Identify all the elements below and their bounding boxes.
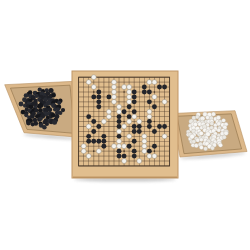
stone-white [101,119,106,124]
tray-stone-black [30,114,35,119]
stone-white [117,139,122,144]
tray-stone-black [35,94,39,98]
stone-black [101,134,106,139]
stone-white [127,90,132,95]
stone-white [152,80,157,85]
stone-black [162,85,167,90]
tray-stone-white [190,134,195,139]
stone-black [152,129,157,134]
stone-black [91,129,96,134]
stone-black [86,139,91,144]
stone-white [127,99,132,104]
tray-stone-white [224,131,229,136]
tray-stone-black [19,102,24,107]
stone-white [112,144,117,149]
stone-white [132,114,137,119]
stone-white [147,154,152,159]
stone-white [142,139,147,144]
stone-black [117,124,122,129]
stone-white [142,144,147,149]
stone-white [127,119,132,124]
go-travel-set-photo [0,0,250,250]
stone-white [122,85,127,90]
stone-black [132,109,137,114]
stone-white [122,144,127,149]
tray-stone-white [218,143,222,147]
tray-stone-black [42,125,46,129]
stone-black [157,85,162,90]
stone-black [147,90,152,95]
tray-stone-black [57,101,61,105]
stone-white [162,99,167,104]
stone-white [106,109,111,114]
stone-black [117,114,122,119]
stone-black [147,99,152,104]
tray-stone-black [38,103,43,108]
stone-white [117,104,122,109]
stone-black [132,154,137,159]
stone-white [162,134,167,139]
stone-black [147,124,152,129]
star-point [154,91,156,93]
stone-black [152,144,157,149]
stone-white [86,154,91,159]
stone-black [147,119,152,124]
star-point [123,91,125,93]
tray-stone-white [205,116,209,120]
stone-white [112,80,117,85]
tray-stone-black [26,121,31,126]
stone-white [152,94,157,99]
tray-stone-white [199,131,203,135]
stone-black [117,149,122,154]
stone-black [117,154,122,159]
tray-stone-white [210,146,214,150]
go-board [72,71,178,178]
stone-black [137,124,142,129]
tray-stone-black [24,93,29,98]
stone-black [132,149,137,154]
stone-black [117,134,122,139]
stone-black [132,124,137,129]
stone-white [147,109,152,114]
star-point [154,121,156,123]
tray-stone-black [52,93,56,97]
tray-stone-white [194,143,199,148]
stone-white [137,119,142,124]
stone-white [106,114,111,119]
stone-black [96,99,101,104]
stone-black [132,94,137,99]
stone-black [132,90,137,95]
stone-black [132,129,137,134]
stone-black [132,139,137,144]
stone-white [147,114,152,119]
stone-white [117,129,122,134]
stone-black [91,94,96,99]
tray-stone-white [222,135,226,139]
tray-stone-black [47,107,52,112]
stone-white [127,134,132,139]
stone-black [101,139,106,144]
stone-black [86,114,91,119]
tray-stone-white [199,145,203,149]
stone-white [86,124,91,129]
white-stone-tray [172,111,247,157]
black-stone-tray [5,81,80,137]
tray-stone-black [39,117,43,121]
stone-white [122,124,127,129]
stone-black [117,119,122,124]
stone-black [91,119,96,124]
stone-black [96,90,101,95]
stone-black [142,90,147,95]
stone-black [127,114,132,119]
stone-white [112,94,117,99]
stone-black [86,134,91,139]
stone-white [86,80,91,85]
stone-black [106,94,111,99]
stone-white [117,144,122,149]
tray-stone-black [58,111,62,115]
stone-black [122,154,127,159]
tray-stone-white [192,140,196,144]
stone-black [152,104,157,109]
stone-black [96,94,101,99]
stone-black [91,139,96,144]
stone-black [96,104,101,109]
stone-black [96,124,101,129]
star-point [123,150,125,152]
tray-stone-white [217,122,221,126]
stone-white [122,159,127,164]
stone-black [127,144,132,149]
stone-black [122,109,127,114]
star-point [154,150,156,152]
stone-black [142,85,147,90]
tray-stone-white [217,128,221,132]
stone-white [142,149,147,154]
stone-black [137,129,142,134]
star-point [93,150,95,152]
stone-black [96,139,101,144]
stone-white [81,144,86,149]
stone-white [112,85,117,90]
stone-white [112,90,117,95]
stone-white [137,159,142,164]
stone-white [91,75,96,80]
stone-white [142,134,147,139]
stone-black [101,144,106,149]
stone-white [81,149,86,154]
scene [0,0,250,250]
tray-stone-white [222,118,226,122]
stone-white [112,99,117,104]
tray-stone-black [34,121,39,126]
tray-stone-white [203,147,207,151]
stone-white [91,85,96,90]
star-point [123,121,125,123]
stone-black [157,124,162,129]
stone-black [127,104,132,109]
stone-white [147,80,152,85]
stone-black [162,124,167,129]
stone-white [117,109,122,114]
tray-stone-white [211,112,215,116]
tray-stone-white [199,138,203,142]
stone-white [127,85,132,90]
tray-stone-white [216,116,221,121]
tray-stone-black [52,120,57,125]
stone-white [152,154,157,159]
stone-black [132,99,137,104]
stone-black [147,149,152,154]
star-point [93,91,95,93]
stone-white [127,94,132,99]
stone-white [96,149,101,154]
